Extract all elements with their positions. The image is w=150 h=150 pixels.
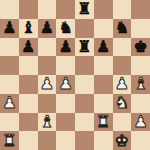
square-f7[interactable] xyxy=(94,19,113,38)
square-d1[interactable] xyxy=(56,131,75,150)
square-g6[interactable] xyxy=(113,38,132,57)
white-knight-g3: ♞ xyxy=(115,94,129,112)
white-pawn-g4: ♟ xyxy=(115,75,129,93)
square-b8[interactable] xyxy=(19,0,38,19)
square-e5[interactable] xyxy=(75,56,94,75)
square-a6[interactable] xyxy=(0,38,19,57)
square-h1[interactable] xyxy=(131,131,150,150)
square-g2[interactable] xyxy=(113,113,132,132)
square-e1[interactable] xyxy=(75,131,94,150)
square-a7[interactable]: ♟ xyxy=(0,19,19,38)
square-a1[interactable]: ♜ xyxy=(0,131,19,150)
square-g4[interactable]: ♟ xyxy=(113,75,132,94)
white-pawn-c4: ♟ xyxy=(40,75,54,93)
square-g3[interactable]: ♞ xyxy=(113,94,132,113)
square-c6[interactable] xyxy=(38,38,57,57)
white-bishop-h4: ♝ xyxy=(133,75,147,93)
black-pawn-d6: ♟ xyxy=(58,38,72,56)
square-f5[interactable] xyxy=(94,56,113,75)
square-c3[interactable] xyxy=(38,94,57,113)
white-rook-f2: ♜ xyxy=(96,113,110,131)
white-king-g1: ♚ xyxy=(115,132,129,150)
black-rook-e8: ♜ xyxy=(77,0,91,18)
white-pawn-a3: ♟ xyxy=(2,94,16,112)
square-e8[interactable]: ♜ xyxy=(75,0,94,19)
square-b2[interactable] xyxy=(19,113,38,132)
square-d8[interactable] xyxy=(56,0,75,19)
square-d5[interactable] xyxy=(56,56,75,75)
black-king-h6: ♚ xyxy=(133,38,147,56)
square-h8[interactable] xyxy=(131,0,150,19)
square-d6[interactable]: ♟ xyxy=(56,38,75,57)
square-c1[interactable] xyxy=(38,131,57,150)
white-pawn-h2: ♟ xyxy=(133,113,147,131)
black-rook-e6: ♜ xyxy=(77,38,91,56)
square-d2[interactable] xyxy=(56,113,75,132)
square-f2[interactable]: ♜ xyxy=(94,113,113,132)
square-g5[interactable] xyxy=(113,56,132,75)
square-f3[interactable] xyxy=(94,94,113,113)
black-pawn-a7: ♟ xyxy=(2,19,16,37)
white-pawn-d4: ♟ xyxy=(58,75,72,93)
square-a3[interactable]: ♟ xyxy=(0,94,19,113)
square-e7[interactable] xyxy=(75,19,94,38)
square-h6[interactable]: ♚ xyxy=(131,38,150,57)
square-h5[interactable] xyxy=(131,56,150,75)
square-f1[interactable] xyxy=(94,131,113,150)
square-b6[interactable]: ♟ xyxy=(19,38,38,57)
square-b5[interactable] xyxy=(19,56,38,75)
square-a2[interactable] xyxy=(0,113,19,132)
square-c5[interactable] xyxy=(38,56,57,75)
square-e6[interactable]: ♜ xyxy=(75,38,94,57)
square-e2[interactable] xyxy=(75,113,94,132)
black-knight-g7: ♞ xyxy=(115,19,129,37)
square-h2[interactable]: ♟ xyxy=(131,113,150,132)
square-b3[interactable] xyxy=(19,94,38,113)
black-bishop-b7: ♝ xyxy=(21,19,35,37)
square-b4[interactable] xyxy=(19,75,38,94)
white-bishop-c2: ♝ xyxy=(40,113,54,131)
black-knight-d7: ♞ xyxy=(58,19,72,37)
square-c8[interactable] xyxy=(38,0,57,19)
white-rook-a1: ♜ xyxy=(2,132,16,150)
square-a8[interactable] xyxy=(0,0,19,19)
black-pawn-f6: ♟ xyxy=(96,38,110,56)
square-f4[interactable] xyxy=(94,75,113,94)
square-g7[interactable]: ♞ xyxy=(113,19,132,38)
chess-board: ♜♟♝♟♞♞♟♟♜♟♚♟♟♟♝♟♞♝♜♟♜♚ xyxy=(0,0,150,150)
square-a4[interactable] xyxy=(0,75,19,94)
square-e4[interactable] xyxy=(75,75,94,94)
square-f6[interactable]: ♟ xyxy=(94,38,113,57)
square-h4[interactable]: ♝ xyxy=(131,75,150,94)
square-h3[interactable] xyxy=(131,94,150,113)
square-h7[interactable] xyxy=(131,19,150,38)
black-pawn-b6: ♟ xyxy=(21,38,35,56)
square-d3[interactable] xyxy=(56,94,75,113)
square-c4[interactable]: ♟ xyxy=(38,75,57,94)
black-pawn-c7: ♟ xyxy=(40,19,54,37)
square-f8[interactable] xyxy=(94,0,113,19)
square-e3[interactable] xyxy=(75,94,94,113)
square-c7[interactable]: ♟ xyxy=(38,19,57,38)
square-b1[interactable] xyxy=(19,131,38,150)
square-b7[interactable]: ♝ xyxy=(19,19,38,38)
square-c2[interactable]: ♝ xyxy=(38,113,57,132)
square-d4[interactable]: ♟ xyxy=(56,75,75,94)
square-a5[interactable] xyxy=(0,56,19,75)
square-g8[interactable] xyxy=(113,0,132,19)
square-d7[interactable]: ♞ xyxy=(56,19,75,38)
square-g1[interactable]: ♚ xyxy=(113,131,132,150)
